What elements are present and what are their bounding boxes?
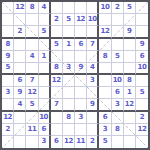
cell-r1c4: 4 bbox=[39, 2, 51, 14]
cell-r12c12[interactable] bbox=[136, 136, 148, 148]
cell-r7c8: 3 bbox=[87, 75, 99, 87]
cell-r5c2[interactable] bbox=[14, 51, 26, 63]
cell-r11c6[interactable] bbox=[63, 124, 75, 136]
cell-r12c6: 12 bbox=[63, 136, 75, 148]
cell-r3c6[interactable] bbox=[63, 26, 75, 38]
cell-r5c5[interactable] bbox=[51, 51, 63, 63]
cell-r9c4[interactable] bbox=[39, 99, 51, 111]
cell-r12c11[interactable] bbox=[124, 136, 136, 148]
cell-r9c7[interactable] bbox=[75, 99, 87, 111]
cell-r6c8: 4 bbox=[87, 63, 99, 75]
cell-r3c12[interactable] bbox=[136, 26, 148, 38]
cell-r4c7: 6 bbox=[75, 39, 87, 51]
cell-r10c12: 2 bbox=[136, 112, 148, 124]
cell-r5c4: 1 bbox=[39, 51, 51, 63]
cell-r6c7: 9 bbox=[75, 63, 87, 75]
cell-r2c7: 12 bbox=[75, 14, 87, 26]
cell-r8c12: 5 bbox=[136, 87, 148, 99]
cell-r12c4: 3 bbox=[39, 136, 51, 148]
cell-r6c3[interactable] bbox=[26, 63, 38, 75]
cell-r3c4: 5 bbox=[39, 26, 51, 38]
cell-r1c9: 10 bbox=[99, 2, 111, 14]
cell-r11c3: 11 bbox=[26, 124, 38, 136]
cell-r7c7[interactable] bbox=[75, 75, 87, 87]
cell-r7c2: 6 bbox=[14, 75, 26, 87]
cell-r8c10: 6 bbox=[112, 87, 124, 99]
cell-r10c4: 10 bbox=[39, 112, 51, 124]
cell-r1c7[interactable] bbox=[75, 2, 87, 14]
cell-r11c9: 3 bbox=[99, 124, 111, 136]
cell-r10c6: 8 bbox=[63, 112, 75, 124]
cell-r4c6: 1 bbox=[63, 39, 75, 51]
cell-r10c10[interactable] bbox=[112, 112, 124, 124]
cell-r5c11[interactable] bbox=[124, 51, 136, 63]
cell-r9c10: 3 bbox=[112, 99, 124, 111]
sudoku-grid: 1284102525121025129851679941856583941067… bbox=[2, 2, 148, 148]
cell-r5c9: 8 bbox=[99, 51, 111, 63]
sudoku-board: 1284102525121025129851679941856583941067… bbox=[0, 0, 150, 150]
cell-r7c3: 7 bbox=[26, 75, 38, 87]
cell-r10c2[interactable] bbox=[14, 112, 26, 124]
cell-r2c9[interactable] bbox=[99, 14, 111, 26]
cell-r10c7: 3 bbox=[75, 112, 87, 124]
cell-r4c12: 9 bbox=[136, 39, 148, 51]
cell-r2c6: 5 bbox=[63, 14, 75, 26]
cell-r12c1[interactable] bbox=[2, 136, 14, 148]
cell-r12c8: 2 bbox=[87, 136, 99, 148]
cell-r9c9[interactable] bbox=[99, 99, 111, 111]
cell-r8c11: 1 bbox=[124, 87, 136, 99]
cell-r1c1[interactable] bbox=[2, 2, 14, 14]
cell-r4c4[interactable] bbox=[39, 39, 51, 51]
cell-r5c1: 9 bbox=[2, 51, 14, 63]
cell-r7c11: 8 bbox=[124, 75, 136, 87]
cell-r9c1[interactable] bbox=[2, 99, 14, 111]
cell-r8c3: 12 bbox=[26, 87, 38, 99]
cell-r6c4[interactable] bbox=[39, 63, 51, 75]
cell-r5c12: 6 bbox=[136, 51, 148, 63]
cell-r12c5: 6 bbox=[51, 136, 63, 148]
cell-r1c12[interactable] bbox=[136, 2, 148, 14]
cell-r5c3: 4 bbox=[26, 51, 38, 63]
cell-r8c5[interactable] bbox=[51, 87, 63, 99]
cell-r1c6[interactable] bbox=[63, 2, 75, 14]
cell-r10c3[interactable] bbox=[26, 112, 38, 124]
cell-r11c8[interactable] bbox=[87, 124, 99, 136]
cell-r2c11[interactable] bbox=[124, 14, 136, 26]
cell-r3c2: 2 bbox=[14, 26, 26, 38]
cell-r1c10: 2 bbox=[112, 2, 124, 14]
cell-r1c8[interactable] bbox=[87, 2, 99, 14]
cell-r12c2[interactable] bbox=[14, 136, 26, 148]
cell-r5c7[interactable] bbox=[75, 51, 87, 63]
cell-r7c9[interactable] bbox=[99, 75, 111, 87]
cell-r1c5[interactable] bbox=[51, 2, 63, 14]
cell-r8c6[interactable] bbox=[63, 87, 75, 99]
cell-r4c9[interactable] bbox=[99, 39, 111, 51]
cell-r8c1: 3 bbox=[2, 87, 14, 99]
cell-r11c10: 8 bbox=[112, 124, 124, 136]
cell-r10c8[interactable] bbox=[87, 112, 99, 124]
cell-r11c11[interactable] bbox=[124, 124, 136, 136]
cell-r3c11: 9 bbox=[124, 26, 136, 38]
cell-r8c4[interactable] bbox=[39, 87, 51, 99]
cell-r11c5[interactable] bbox=[51, 124, 63, 136]
cell-r8c2: 9 bbox=[14, 87, 26, 99]
cell-r1c2: 12 bbox=[14, 2, 26, 14]
cell-r5c8[interactable] bbox=[87, 51, 99, 63]
cell-r11c1: 2 bbox=[2, 124, 14, 136]
cell-r2c4[interactable] bbox=[39, 14, 51, 26]
cell-r3c10[interactable] bbox=[112, 26, 124, 38]
cell-r2c8: 10 bbox=[87, 14, 99, 26]
cell-r4c8: 7 bbox=[87, 39, 99, 51]
cell-r7c12[interactable] bbox=[136, 75, 148, 87]
cell-r10c11[interactable] bbox=[124, 112, 136, 124]
cell-r2c1[interactable] bbox=[2, 14, 14, 26]
cell-r11c4: 6 bbox=[39, 124, 51, 136]
cell-r8c7[interactable] bbox=[75, 87, 87, 99]
cell-r9c5: 7 bbox=[51, 99, 63, 111]
cell-r1c3: 8 bbox=[26, 2, 38, 14]
cell-r9c6[interactable] bbox=[63, 99, 75, 111]
cell-r3c1[interactable] bbox=[2, 26, 14, 38]
cell-r9c3: 5 bbox=[26, 99, 38, 111]
cell-r1c11: 5 bbox=[124, 2, 136, 14]
cell-r6c9[interactable] bbox=[99, 63, 111, 75]
cell-r5c6[interactable] bbox=[63, 51, 75, 63]
cell-r12c3[interactable] bbox=[26, 136, 38, 148]
cell-r12c9: 5 bbox=[99, 136, 111, 148]
cell-r2c3[interactable] bbox=[26, 14, 38, 26]
cell-r8c9[interactable] bbox=[99, 87, 111, 99]
cell-r6c6: 3 bbox=[63, 63, 75, 75]
cell-r9c2: 4 bbox=[14, 99, 26, 111]
cell-r4c10[interactable] bbox=[112, 39, 124, 51]
cell-r7c5: 12 bbox=[51, 75, 63, 87]
cell-r9c11: 12 bbox=[124, 99, 136, 111]
cell-r3c7[interactable] bbox=[75, 26, 87, 38]
cell-r6c11[interactable] bbox=[124, 63, 136, 75]
cell-r7c6[interactable] bbox=[63, 75, 75, 87]
cell-r11c7[interactable] bbox=[75, 124, 87, 136]
cell-r12c7: 11 bbox=[75, 136, 87, 148]
cell-r6c2[interactable] bbox=[14, 63, 26, 75]
cell-r11c2[interactable] bbox=[14, 124, 26, 136]
cell-r11c12: 12 bbox=[136, 124, 148, 136]
cell-r4c11[interactable] bbox=[124, 39, 136, 51]
cell-r7c1[interactable] bbox=[2, 75, 14, 87]
cell-r3c3[interactable] bbox=[26, 26, 38, 38]
cell-r12c10[interactable] bbox=[112, 136, 124, 148]
cell-r10c1: 12 bbox=[2, 112, 14, 124]
cell-r2c5: 2 bbox=[51, 14, 63, 26]
cell-r10c9: 6 bbox=[99, 112, 111, 124]
cell-r10c5[interactable] bbox=[51, 112, 63, 124]
cell-r7c4[interactable] bbox=[39, 75, 51, 87]
cell-r9c8: 9 bbox=[87, 99, 99, 111]
cell-r9c12[interactable] bbox=[136, 99, 148, 111]
cell-r2c2[interactable] bbox=[14, 14, 26, 26]
cell-r4c3[interactable] bbox=[26, 39, 38, 51]
cell-r4c2[interactable] bbox=[14, 39, 26, 51]
cell-r6c5: 8 bbox=[51, 63, 63, 75]
cell-r8c8[interactable] bbox=[87, 87, 99, 99]
cell-r4c5: 5 bbox=[51, 39, 63, 51]
cell-r2c10[interactable] bbox=[112, 14, 124, 26]
cell-r6c12: 10 bbox=[136, 63, 148, 75]
cell-r3c8[interactable] bbox=[87, 26, 99, 38]
cell-r4c1: 8 bbox=[2, 39, 14, 51]
cell-r6c1: 5 bbox=[2, 63, 14, 75]
cell-r5c10: 5 bbox=[112, 51, 124, 63]
cell-r6c10[interactable] bbox=[112, 63, 124, 75]
cell-r3c5[interactable] bbox=[51, 26, 63, 38]
cell-r7c10: 10 bbox=[112, 75, 124, 87]
cell-r2c12[interactable] bbox=[136, 14, 148, 26]
cell-r3c9: 12 bbox=[99, 26, 111, 38]
